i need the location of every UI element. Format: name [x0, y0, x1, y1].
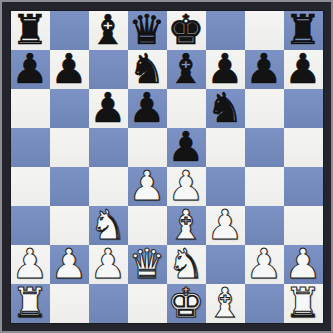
- piece-black-king[interactable]: ♚: [168, 11, 205, 50]
- square-h1[interactable]: ♜: [284, 284, 323, 323]
- piece-white-queen[interactable]: ♛: [129, 245, 166, 284]
- piece-black-bishop[interactable]: ♝: [168, 50, 205, 89]
- square-e2[interactable]: ♞: [167, 245, 206, 284]
- square-c1[interactable]: [89, 284, 128, 323]
- piece-black-pawn[interactable]: ♟: [207, 50, 244, 89]
- square-e4[interactable]: ♟: [167, 167, 206, 206]
- piece-white-pawn[interactable]: ♟: [168, 167, 205, 206]
- piece-white-king[interactable]: ♚: [168, 284, 205, 323]
- square-f3[interactable]: ♟: [206, 206, 245, 245]
- square-f4[interactable]: [206, 167, 245, 206]
- square-a1[interactable]: ♜: [11, 284, 50, 323]
- square-f2[interactable]: [206, 245, 245, 284]
- square-c2[interactable]: ♟: [89, 245, 128, 284]
- square-d2[interactable]: ♛: [128, 245, 167, 284]
- square-h5[interactable]: [284, 128, 323, 167]
- square-g8[interactable]: [245, 11, 284, 50]
- square-h4[interactable]: [284, 167, 323, 206]
- square-b2[interactable]: ♟: [50, 245, 89, 284]
- square-c4[interactable]: [89, 167, 128, 206]
- square-a5[interactable]: [11, 128, 50, 167]
- square-h6[interactable]: [284, 89, 323, 128]
- square-g1[interactable]: [245, 284, 284, 323]
- square-e6[interactable]: [167, 89, 206, 128]
- square-f7[interactable]: ♟: [206, 50, 245, 89]
- piece-white-pawn[interactable]: ♟: [285, 245, 322, 284]
- square-e8[interactable]: ♚: [167, 11, 206, 50]
- square-g3[interactable]: [245, 206, 284, 245]
- square-d5[interactable]: [128, 128, 167, 167]
- piece-white-bishop[interactable]: ♝: [168, 206, 205, 245]
- square-c6[interactable]: ♟: [89, 89, 128, 128]
- square-f8[interactable]: [206, 11, 245, 50]
- piece-black-knight[interactable]: ♞: [129, 50, 166, 89]
- square-a3[interactable]: [11, 206, 50, 245]
- square-e1[interactable]: ♚: [167, 284, 206, 323]
- square-e3[interactable]: ♝: [167, 206, 206, 245]
- square-h2[interactable]: ♟: [284, 245, 323, 284]
- square-c3[interactable]: ♞: [89, 206, 128, 245]
- piece-white-bishop[interactable]: ♝: [207, 284, 244, 323]
- square-b5[interactable]: [50, 128, 89, 167]
- square-d4[interactable]: ♟: [128, 167, 167, 206]
- square-h8[interactable]: ♜: [284, 11, 323, 50]
- square-h3[interactable]: [284, 206, 323, 245]
- chess-board: ♜♝♛♚♜♟♟♞♝♟♟♟♟♟♞♟♟♟♞♝♟♟♟♟♛♞♟♟♜♚♝♜: [11, 11, 323, 323]
- square-g4[interactable]: [245, 167, 284, 206]
- piece-white-pawn[interactable]: ♟: [129, 167, 166, 206]
- square-g2[interactable]: ♟: [245, 245, 284, 284]
- piece-white-pawn[interactable]: ♟: [207, 206, 244, 245]
- piece-black-queen[interactable]: ♛: [129, 11, 166, 50]
- piece-white-rook[interactable]: ♜: [12, 284, 49, 323]
- square-g7[interactable]: ♟: [245, 50, 284, 89]
- piece-black-knight[interactable]: ♞: [207, 89, 244, 128]
- square-d6[interactable]: ♟: [128, 89, 167, 128]
- piece-white-knight[interactable]: ♞: [90, 206, 127, 245]
- square-b1[interactable]: [50, 284, 89, 323]
- piece-black-bishop[interactable]: ♝: [90, 11, 127, 50]
- piece-black-pawn[interactable]: ♟: [12, 50, 49, 89]
- piece-black-pawn[interactable]: ♟: [246, 50, 283, 89]
- square-b3[interactable]: [50, 206, 89, 245]
- square-a4[interactable]: [11, 167, 50, 206]
- square-g5[interactable]: [245, 128, 284, 167]
- square-a6[interactable]: [11, 89, 50, 128]
- square-g6[interactable]: [245, 89, 284, 128]
- square-a7[interactable]: ♟: [11, 50, 50, 89]
- square-e7[interactable]: ♝: [167, 50, 206, 89]
- square-c7[interactable]: [89, 50, 128, 89]
- square-b6[interactable]: [50, 89, 89, 128]
- square-e5[interactable]: ♟: [167, 128, 206, 167]
- piece-white-pawn[interactable]: ♟: [51, 245, 88, 284]
- square-d7[interactable]: ♞: [128, 50, 167, 89]
- piece-black-rook[interactable]: ♜: [285, 11, 322, 50]
- square-a2[interactable]: ♟: [11, 245, 50, 284]
- square-h7[interactable]: ♟: [284, 50, 323, 89]
- square-f1[interactable]: ♝: [206, 284, 245, 323]
- square-c5[interactable]: [89, 128, 128, 167]
- square-b8[interactable]: [50, 11, 89, 50]
- square-d1[interactable]: [128, 284, 167, 323]
- square-c8[interactable]: ♝: [89, 11, 128, 50]
- piece-white-rook[interactable]: ♜: [285, 284, 322, 323]
- piece-black-rook[interactable]: ♜: [12, 11, 49, 50]
- piece-white-pawn[interactable]: ♟: [246, 245, 283, 284]
- piece-white-pawn[interactable]: ♟: [12, 245, 49, 284]
- piece-black-pawn[interactable]: ♟: [129, 89, 166, 128]
- square-f5[interactable]: [206, 128, 245, 167]
- square-b7[interactable]: ♟: [50, 50, 89, 89]
- square-b4[interactable]: [50, 167, 89, 206]
- square-f6[interactable]: ♞: [206, 89, 245, 128]
- piece-black-pawn[interactable]: ♟: [285, 50, 322, 89]
- square-d8[interactable]: ♛: [128, 11, 167, 50]
- piece-white-pawn[interactable]: ♟: [90, 245, 127, 284]
- piece-black-pawn[interactable]: ♟: [51, 50, 88, 89]
- piece-black-pawn[interactable]: ♟: [90, 89, 127, 128]
- board-frame: ♜♝♛♚♜♟♟♞♝♟♟♟♟♟♞♟♟♟♞♝♟♟♟♟♛♞♟♟♜♚♝♜: [0, 0, 333, 333]
- piece-white-knight[interactable]: ♞: [168, 245, 205, 284]
- square-d3[interactable]: [128, 206, 167, 245]
- square-a8[interactable]: ♜: [11, 11, 50, 50]
- piece-black-pawn[interactable]: ♟: [168, 128, 205, 167]
